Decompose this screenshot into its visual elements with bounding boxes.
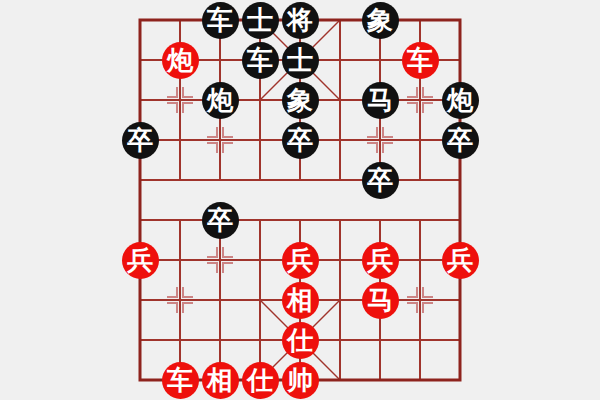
piece-black-general[interactable]: 将 (282, 2, 319, 39)
xiangqi-board[interactable]: 车士将象车士炮象马炮卒卒卒卒卒炮车兵兵兵兵相马仕车相仕帅 (120, 0, 480, 400)
piece-black-cannon-2[interactable]: 炮 (442, 82, 479, 119)
piece-red-soldier-1[interactable]: 兵 (122, 242, 159, 279)
piece-black-advisor-2[interactable]: 士 (282, 42, 319, 79)
piece-black-elephant-1[interactable]: 象 (362, 2, 399, 39)
piece-black-advisor-1[interactable]: 士 (242, 2, 279, 39)
piece-red-soldier-3[interactable]: 兵 (362, 242, 399, 279)
piece-red-soldier-4[interactable]: 兵 (442, 242, 479, 279)
piece-red-chariot-1[interactable]: 车 (402, 42, 439, 79)
piece-black-soldier-5[interactable]: 卒 (202, 202, 239, 239)
piece-red-elephant-2[interactable]: 相 (202, 362, 239, 399)
piece-black-horse[interactable]: 马 (362, 82, 399, 119)
piece-black-soldier-3[interactable]: 卒 (442, 122, 479, 159)
piece-red-cannon[interactable]: 炮 (162, 42, 199, 79)
piece-black-cannon-1[interactable]: 炮 (202, 82, 239, 119)
piece-red-advisor-2[interactable]: 仕 (242, 362, 279, 399)
piece-black-chariot-2[interactable]: 车 (242, 42, 279, 79)
piece-red-soldier-2[interactable]: 兵 (282, 242, 319, 279)
piece-red-elephant-1[interactable]: 相 (282, 282, 319, 319)
piece-black-soldier-1[interactable]: 卒 (122, 122, 159, 159)
piece-red-chariot-2[interactable]: 车 (162, 362, 199, 399)
piece-red-advisor-1[interactable]: 仕 (282, 322, 319, 359)
piece-red-horse[interactable]: 马 (362, 282, 399, 319)
piece-black-soldier-4[interactable]: 卒 (362, 162, 399, 199)
piece-black-soldier-2[interactable]: 卒 (282, 122, 319, 159)
xiangqi-app: 车士将象车士炮象马炮卒卒卒卒卒炮车兵兵兵兵相马仕车相仕帅 (0, 0, 600, 400)
piece-black-elephant-2[interactable]: 象 (282, 82, 319, 119)
piece-black-chariot-1[interactable]: 车 (202, 2, 239, 39)
piece-red-general[interactable]: 帅 (282, 362, 319, 399)
